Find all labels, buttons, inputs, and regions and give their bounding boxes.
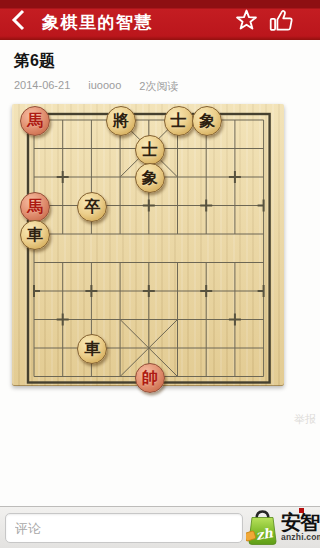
chevron-left-icon bbox=[10, 9, 30, 31]
piece-black-車[interactable]: 車 bbox=[77, 334, 107, 364]
like-button[interactable] bbox=[269, 9, 295, 32]
brand-red-square-icon bbox=[299, 508, 304, 513]
svg-text:zh: zh bbox=[255, 525, 275, 543]
piece-red-馬[interactable]: 馬 bbox=[20, 192, 50, 222]
xiangqi-board[interactable]: 馬將士象士象馬卒車車帥 bbox=[12, 104, 284, 386]
shopping-bag-icon: zh bbox=[246, 508, 279, 548]
anzhi-market-logo: zh bbox=[246, 508, 279, 548]
piece-black-象[interactable]: 象 bbox=[192, 106, 222, 136]
piece-black-車[interactable]: 車 bbox=[20, 220, 50, 250]
comment-bar: zh 安智 anzhi.com bbox=[0, 506, 320, 548]
anzhi-brand: 安智 anzhi.com bbox=[281, 511, 320, 542]
post-author: iuoooo bbox=[88, 79, 121, 94]
piece-red-馬[interactable]: 馬 bbox=[20, 106, 50, 136]
piece-black-卒[interactable]: 卒 bbox=[77, 192, 107, 222]
post-title: 第6题 bbox=[14, 51, 55, 72]
header-bar: 象棋里的智慧 bbox=[0, 0, 320, 40]
page-title: 象棋里的智慧 bbox=[42, 11, 153, 34]
favorite-button[interactable] bbox=[235, 9, 258, 32]
post-meta: 2014-06-21 iuoooo 2次阅读 bbox=[14, 79, 178, 94]
brand-name: 安智 bbox=[281, 511, 320, 533]
post-read-count: 2次阅读 bbox=[139, 79, 178, 94]
report-link[interactable]: 举报 bbox=[294, 412, 316, 427]
piece-layer: 馬將士象士象馬卒車車帥 bbox=[12, 104, 284, 386]
star-icon bbox=[235, 9, 258, 32]
piece-black-士[interactable]: 士 bbox=[135, 135, 165, 165]
piece-red-帥[interactable]: 帥 bbox=[135, 363, 165, 393]
piece-black-將[interactable]: 將 bbox=[106, 106, 136, 136]
piece-black-象[interactable]: 象 bbox=[135, 163, 165, 193]
thumbs-up-icon bbox=[269, 9, 295, 32]
brand-domain: anzhi.com bbox=[281, 533, 320, 542]
post-date: 2014-06-21 bbox=[14, 79, 70, 94]
comment-input[interactable] bbox=[5, 513, 243, 543]
piece-black-士[interactable]: 士 bbox=[164, 106, 194, 136]
app-screen: 象棋里的智慧 第6题 2014-06-21 iuoooo 2次阅读 bbox=[0, 0, 320, 548]
back-button[interactable] bbox=[10, 9, 30, 31]
